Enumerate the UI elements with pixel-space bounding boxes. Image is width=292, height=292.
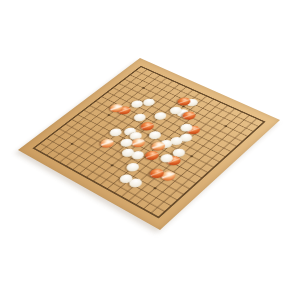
product-photo [0, 0, 292, 292]
go-board[interactable] [18, 58, 280, 230]
board-grid [18, 58, 280, 230]
